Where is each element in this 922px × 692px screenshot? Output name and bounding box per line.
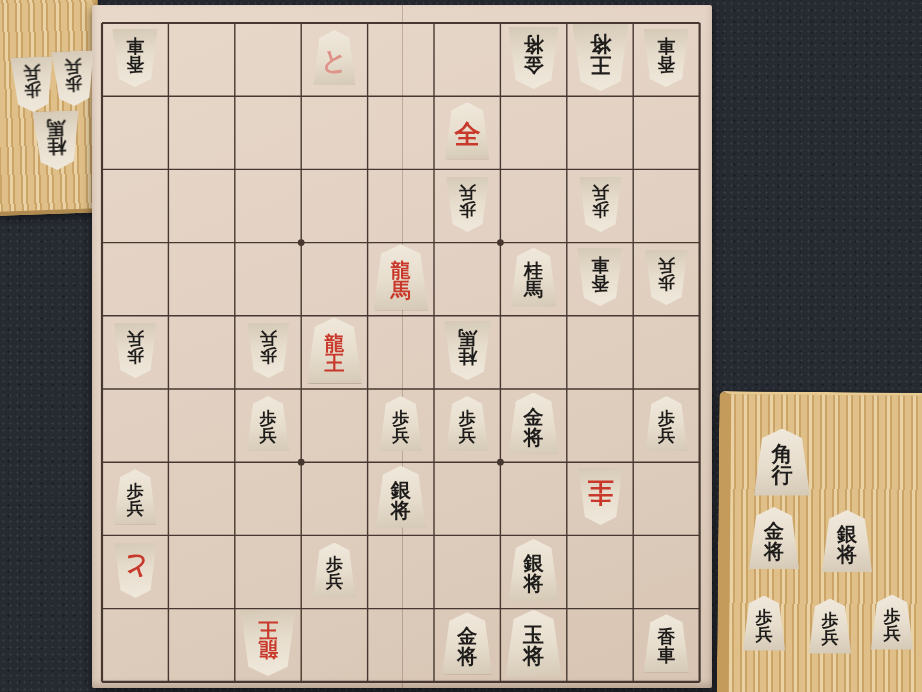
- piece-kanji: 兵: [260, 330, 277, 347]
- piece-kanji: 行: [772, 465, 793, 486]
- piece-kanji: 将: [524, 573, 544, 593]
- piece-sente-hand-P5[interactable]: 歩兵: [871, 595, 914, 650]
- piece-face: 王将: [590, 34, 611, 76]
- piece-kanji: 兵: [127, 330, 144, 347]
- piece-kanji: 全: [454, 121, 480, 147]
- piece-sente-hand-B0[interactable]: 角行: [754, 429, 811, 496]
- piece-kanji: と: [321, 48, 348, 74]
- piece-face: 香車: [657, 37, 675, 73]
- piece-3a-Gw[interactable]: 金将: [508, 27, 559, 89]
- piece-kanji: 銀: [391, 480, 411, 500]
- piece-face: 歩兵: [326, 556, 343, 590]
- piece-3h-Sb[interactable]: 銀将: [508, 539, 559, 601]
- piece-9g-Pb[interactable]: 歩兵: [114, 469, 157, 524]
- piece-face: 歩兵: [884, 608, 901, 642]
- piece-kanji: 歩: [23, 81, 41, 99]
- piece-6h-Pb[interactable]: 歩兵: [313, 543, 356, 598]
- piece-kanji: 兵: [822, 629, 839, 646]
- piece-4f-Pb[interactable]: 歩兵: [446, 396, 489, 451]
- piece-face: 桂馬: [524, 261, 543, 299]
- piece-kanji: 歩: [260, 347, 277, 364]
- piece-kanji: 車: [591, 256, 609, 274]
- piece-kanji: 歩: [127, 347, 144, 364]
- piece-kanji: 兵: [260, 427, 277, 444]
- piece-kanji: 銀: [837, 524, 857, 544]
- piece-kanji: 桂: [46, 137, 66, 157]
- piece-3d-Nb[interactable]: 桂馬: [510, 248, 557, 307]
- piece-kanji: 将: [837, 544, 857, 564]
- piece-1f-Pb[interactable]: 歩兵: [645, 396, 688, 451]
- shogi-board[interactable]: 香車と金将王将香車全歩兵歩兵龍馬桂馬香車歩兵歩兵歩兵龍王桂馬歩兵歩兵歩兵金将歩兵…: [92, 5, 712, 688]
- piece-kanji: 兵: [658, 257, 675, 274]
- piece-kanji: 銀: [524, 553, 544, 573]
- piece-face: 金将: [457, 626, 477, 666]
- piece-kanji: 馬: [458, 328, 477, 347]
- piece-kanji: 兵: [127, 500, 144, 517]
- piece-kanji: 兵: [459, 427, 476, 444]
- piece-kanji: 車: [657, 37, 675, 55]
- piece-face: 銀将: [524, 553, 544, 593]
- piece-kanji: 龍: [324, 333, 344, 353]
- piece-kanji: 馬: [46, 118, 66, 138]
- shogi-scene: 香車と金将王将香車全歩兵歩兵龍馬桂馬香車歩兵歩兵歩兵龍王桂馬歩兵歩兵歩兵金将歩兵…: [0, 0, 922, 692]
- piece-kanji: 兵: [64, 58, 82, 76]
- piece-kanji: 兵: [592, 184, 609, 201]
- piece-kanji: 香: [591, 274, 609, 292]
- piece-face: 龍馬: [391, 260, 411, 300]
- board-grid: [92, 5, 712, 688]
- piece-kanji: 王: [590, 55, 611, 76]
- piece-face: 歩兵: [592, 184, 609, 218]
- piece-kanji: 金: [524, 407, 544, 427]
- piece-kanji: 龍: [391, 260, 411, 280]
- piece-face: 歩兵: [127, 330, 144, 364]
- piece-face: 香車: [657, 628, 675, 664]
- piece-kanji: 歩: [459, 201, 476, 218]
- piece-kanji: 圭: [587, 481, 613, 507]
- piece-3f-Gb[interactable]: 金将: [508, 393, 559, 455]
- hoshi-dot: [497, 239, 504, 246]
- piece-face: 歩兵: [392, 410, 409, 444]
- piece-kanji: 兵: [392, 427, 409, 444]
- piece-face: 歩兵: [127, 483, 144, 517]
- piece-face: 桂馬: [458, 328, 477, 366]
- piece-1i-Lb[interactable]: 香車: [643, 614, 689, 672]
- piece-kanji: 角: [772, 444, 793, 465]
- piece-sente-hand-G1[interactable]: 金将: [749, 507, 800, 569]
- piece-kanji: 歩: [64, 75, 82, 93]
- piece-kanji: 玉: [523, 625, 544, 646]
- piece-face: 角行: [772, 444, 793, 486]
- piece-kanji: 将: [764, 541, 784, 561]
- piece-7f-Pb[interactable]: 歩兵: [247, 396, 290, 451]
- piece-1d-Pw[interactable]: 歩兵: [645, 250, 688, 305]
- piece-kanji: 兵: [658, 427, 675, 444]
- piece-kanji: 香: [657, 55, 675, 73]
- piece-kanji: 兵: [459, 184, 476, 201]
- piece-kanji: 兵: [756, 626, 773, 643]
- piece-face: 圭: [587, 481, 613, 507]
- piece-kanji: 歩: [592, 201, 609, 218]
- piece-face: 歩兵: [64, 58, 82, 93]
- piece-sente-hand-P4[interactable]: 歩兵: [809, 599, 852, 654]
- piece-kanji: 兵: [884, 625, 901, 642]
- piece-kanji: 兵: [23, 64, 41, 82]
- piece-4b-pSb[interactable]: 全: [445, 102, 490, 159]
- piece-kanji: 将: [524, 427, 544, 447]
- piece-face: 歩兵: [260, 330, 277, 364]
- hoshi-dot: [298, 239, 305, 246]
- piece-face: 銀将: [837, 524, 857, 564]
- piece-face: 歩兵: [658, 410, 675, 444]
- piece-face: 歩兵: [459, 410, 476, 444]
- piece-kanji: 金: [524, 55, 544, 75]
- piece-face: 銀将: [391, 480, 411, 520]
- piece-5d-pBb[interactable]: 龍馬: [373, 244, 429, 310]
- piece-2d-Lw[interactable]: 香車: [577, 248, 623, 306]
- piece-face: 歩兵: [459, 184, 476, 218]
- piece-face: 歩兵: [23, 64, 41, 99]
- piece-kanji: 金: [764, 521, 784, 541]
- piece-kanji: 車: [657, 646, 675, 664]
- piece-4i-Gb[interactable]: 金将: [442, 612, 493, 674]
- piece-face: 金将: [764, 521, 784, 561]
- piece-face: 桂馬: [46, 118, 66, 157]
- hoshi-dot: [298, 459, 305, 466]
- gote-piece-stand: [0, 0, 105, 216]
- piece-5g-Sb[interactable]: 銀将: [375, 466, 426, 528]
- piece-face: と: [321, 48, 348, 74]
- piece-kanji: と: [122, 554, 149, 580]
- piece-face: 全: [454, 121, 480, 147]
- piece-kanji: 将: [391, 500, 411, 520]
- piece-face: 歩兵: [756, 609, 773, 643]
- piece-face: と: [122, 554, 149, 580]
- piece-6e-pRb[interactable]: 龍王: [306, 317, 362, 383]
- piece-sente-hand-S2[interactable]: 銀将: [822, 510, 873, 572]
- piece-kanji: 馬: [524, 280, 543, 299]
- piece-face: 龍王: [258, 620, 278, 660]
- piece-kanji: 将: [590, 34, 611, 55]
- piece-3i-Kb[interactable]: 玉将: [505, 610, 562, 677]
- piece-face: 金将: [524, 407, 544, 447]
- piece-kanji: 香: [126, 55, 144, 73]
- piece-face: 歩兵: [822, 612, 839, 646]
- piece-kanji: 桂: [458, 347, 477, 366]
- piece-face: 香車: [126, 37, 144, 73]
- piece-kanji: 王: [324, 353, 344, 373]
- piece-6a-pPb[interactable]: と: [313, 30, 356, 85]
- piece-kanji: 金: [457, 626, 477, 646]
- hoshi-dot: [497, 459, 504, 466]
- piece-kanji: 将: [524, 35, 544, 55]
- piece-7i-pRw[interactable]: 龍王: [240, 610, 296, 676]
- piece-face: 金将: [524, 35, 544, 75]
- piece-face: 玉将: [523, 625, 544, 667]
- piece-kanji: 将: [523, 646, 544, 667]
- piece-kanji: 王: [258, 620, 278, 640]
- piece-face: 龍王: [324, 333, 344, 373]
- piece-kanji: 兵: [326, 573, 343, 590]
- piece-sente-hand-P3[interactable]: 歩兵: [743, 596, 786, 651]
- piece-kanji: 馬: [391, 280, 411, 300]
- piece-kanji: 龍: [258, 640, 278, 660]
- piece-face: 歩兵: [260, 410, 277, 444]
- piece-5f-Pb[interactable]: 歩兵: [379, 396, 422, 451]
- piece-kanji: 車: [126, 37, 144, 55]
- piece-face: 歩兵: [658, 257, 675, 291]
- piece-kanji: 歩: [658, 274, 675, 291]
- piece-kanji: 将: [457, 646, 477, 666]
- piece-face: 香車: [591, 256, 609, 292]
